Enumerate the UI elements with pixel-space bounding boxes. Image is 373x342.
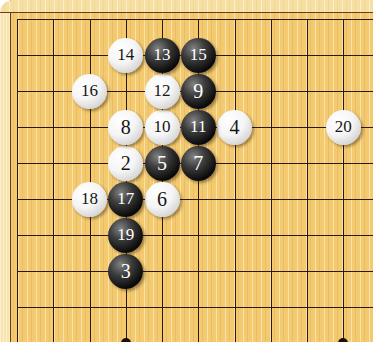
grid-cell bbox=[53, 19, 89, 55]
stone-number: 8 bbox=[121, 117, 131, 138]
board-edge-left bbox=[0, 0, 11, 342]
stone-number: 17 bbox=[117, 190, 134, 208]
stone-4[interactable]: 4 bbox=[217, 110, 252, 145]
grid-cell bbox=[162, 235, 198, 271]
grid-cell bbox=[17, 127, 53, 163]
stone-6[interactable]: 6 bbox=[145, 182, 180, 217]
grid-cell bbox=[53, 127, 89, 163]
stone-number: 3 bbox=[121, 261, 131, 282]
grid-cell bbox=[17, 235, 53, 271]
grid-cell bbox=[307, 271, 343, 307]
stone-12[interactable]: 12 bbox=[145, 74, 180, 109]
stone-number: 7 bbox=[193, 153, 203, 174]
stone-5[interactable]: 5 bbox=[145, 146, 180, 181]
stone-2[interactable]: 2 bbox=[108, 146, 143, 181]
grid-cell bbox=[235, 55, 271, 91]
stone-19[interactable]: 19 bbox=[108, 218, 143, 253]
grid-cell bbox=[343, 271, 373, 307]
grid-cell bbox=[307, 55, 343, 91]
stone-number: 18 bbox=[81, 190, 98, 208]
grid-cell bbox=[126, 307, 162, 342]
grid-cell bbox=[90, 307, 126, 342]
grid-cell bbox=[162, 307, 198, 342]
grid-cell bbox=[271, 271, 307, 307]
grid-cell bbox=[343, 307, 373, 342]
board-edge-top bbox=[0, 0, 373, 13]
grid-cell bbox=[343, 163, 373, 199]
grid-cell bbox=[307, 19, 343, 55]
grid-cell bbox=[235, 163, 271, 199]
grid-cell bbox=[271, 91, 307, 127]
stone-number: 2 bbox=[121, 153, 131, 174]
stone-number: 14 bbox=[117, 46, 134, 64]
grid-cell bbox=[53, 235, 89, 271]
grid-cell bbox=[307, 199, 343, 235]
stone-number: 19 bbox=[117, 226, 134, 244]
stone-16[interactable]: 16 bbox=[72, 74, 107, 109]
grid-cell bbox=[271, 19, 307, 55]
grid-cell bbox=[17, 271, 53, 307]
grid-cell bbox=[17, 19, 53, 55]
grid-cell bbox=[235, 19, 271, 55]
grid-cell bbox=[198, 307, 234, 342]
stone-20[interactable]: 20 bbox=[326, 110, 361, 145]
stone-10[interactable]: 10 bbox=[145, 110, 180, 145]
grid-cell bbox=[198, 199, 234, 235]
grid-cell bbox=[17, 163, 53, 199]
stone-15[interactable]: 15 bbox=[181, 38, 216, 73]
grid-cell bbox=[343, 19, 373, 55]
stone-number: 12 bbox=[154, 82, 171, 100]
grid-cell bbox=[271, 307, 307, 342]
grid-cell bbox=[271, 199, 307, 235]
stone-3[interactable]: 3 bbox=[108, 254, 143, 289]
grid-cell bbox=[162, 271, 198, 307]
grid-cell bbox=[271, 55, 307, 91]
stone-number: 9 bbox=[193, 81, 203, 102]
stone-number: 6 bbox=[157, 189, 167, 210]
grid-cell bbox=[17, 307, 53, 342]
grid-cell bbox=[17, 91, 53, 127]
grid-cell bbox=[53, 307, 89, 342]
stone-8[interactable]: 8 bbox=[108, 110, 143, 145]
stone-number: 20 bbox=[335, 118, 352, 136]
grid-cell bbox=[235, 307, 271, 342]
grid-cell bbox=[198, 271, 234, 307]
stone-14[interactable]: 14 bbox=[108, 38, 143, 73]
stone-number: 11 bbox=[190, 118, 206, 136]
grid-cell bbox=[271, 235, 307, 271]
stone-number: 15 bbox=[190, 46, 207, 64]
stone-7[interactable]: 7 bbox=[181, 146, 216, 181]
stone-13[interactable]: 13 bbox=[145, 38, 180, 73]
grid-cell bbox=[53, 271, 89, 307]
grid-cell bbox=[17, 199, 53, 235]
stone-18[interactable]: 18 bbox=[72, 182, 107, 217]
stone-11[interactable]: 11 bbox=[181, 110, 216, 145]
stone-number: 16 bbox=[81, 82, 98, 100]
grid-cell bbox=[198, 235, 234, 271]
grid-cell bbox=[235, 199, 271, 235]
go-board[interactable]: 234567891011121314151617181920 bbox=[0, 0, 373, 342]
grid-cell bbox=[271, 163, 307, 199]
grid-cell bbox=[271, 127, 307, 163]
grid-cell bbox=[17, 55, 53, 91]
grid-cell bbox=[343, 55, 373, 91]
grid-cell bbox=[235, 235, 271, 271]
grid-cell bbox=[343, 199, 373, 235]
grid-cell bbox=[235, 271, 271, 307]
stone-number: 5 bbox=[157, 153, 167, 174]
stone-number: 13 bbox=[154, 46, 171, 64]
star-point bbox=[121, 338, 131, 342]
grid-cell bbox=[307, 307, 343, 342]
stone-number: 10 bbox=[154, 118, 171, 136]
grid-cell bbox=[307, 235, 343, 271]
grid-cell bbox=[307, 163, 343, 199]
grid-cell bbox=[343, 235, 373, 271]
stone-17[interactable]: 17 bbox=[108, 182, 143, 217]
stone-9[interactable]: 9 bbox=[181, 74, 216, 109]
stone-number: 4 bbox=[230, 117, 240, 138]
